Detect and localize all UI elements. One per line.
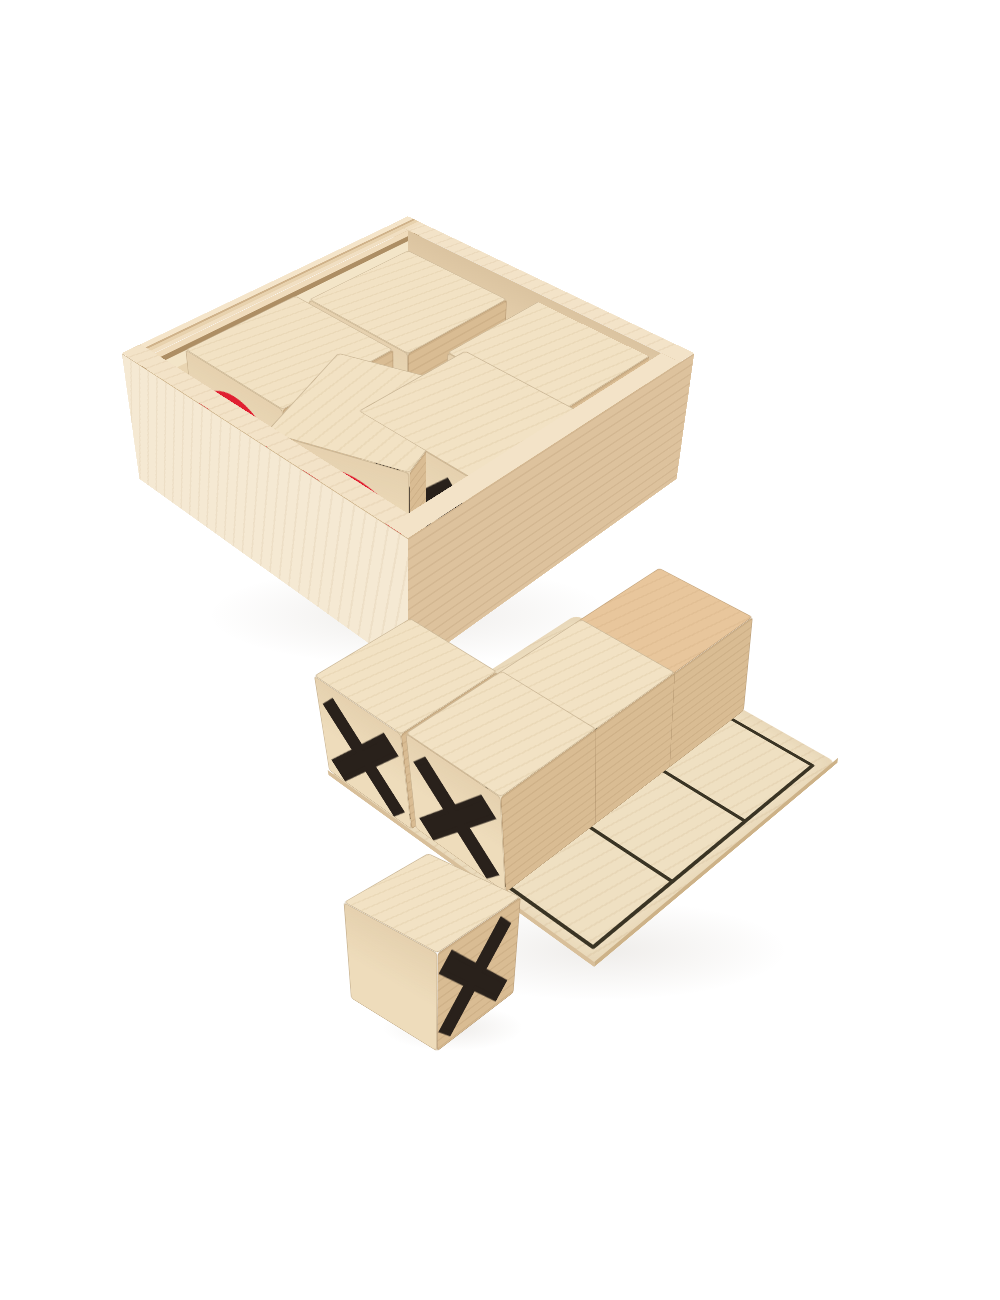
- product-photo-scene: ○○× ×× ×: [0, 0, 1000, 1300]
